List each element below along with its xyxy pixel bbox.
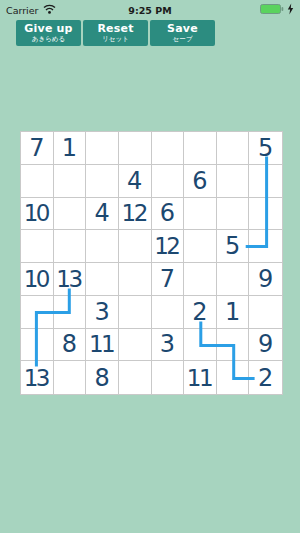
cell-r5c2[interactable]: 13 xyxy=(54,263,87,296)
cell-r4c5[interactable]: 12 xyxy=(152,230,185,263)
cell-r6c6[interactable]: 2 xyxy=(184,296,217,329)
cell-r5c6[interactable] xyxy=(184,263,217,296)
cell-r4c4[interactable] xyxy=(119,230,152,263)
cell-r8c6[interactable]: 11 xyxy=(184,361,217,394)
cell-r6c7[interactable]: 1 xyxy=(217,296,250,329)
cell-r1c3[interactable] xyxy=(86,132,119,165)
cell-r1c7[interactable] xyxy=(217,132,250,165)
cell-r8c7[interactable] xyxy=(217,361,250,394)
cell-r3c3[interactable]: 4 xyxy=(86,198,119,231)
cell-r6c8[interactable] xyxy=(249,296,282,329)
cell-r6c1[interactable] xyxy=(21,296,54,329)
reset-label: Reset xyxy=(97,23,133,34)
cell-r1c2[interactable]: 1 xyxy=(54,132,87,165)
cell-r2c1[interactable] xyxy=(21,165,54,198)
cell-r7c3[interactable]: 11 xyxy=(86,329,119,362)
cell-r7c4[interactable] xyxy=(119,329,152,362)
cell-r2c3[interactable] xyxy=(86,165,119,198)
cell-r5c1[interactable]: 10 xyxy=(21,263,54,296)
cell-r7c1[interactable] xyxy=(21,329,54,362)
cell-r3c7[interactable] xyxy=(217,198,250,231)
cell-r4c7[interactable]: 5 xyxy=(217,230,250,263)
cell-r1c8[interactable]: 5 xyxy=(249,132,282,165)
cell-r1c4[interactable] xyxy=(119,132,152,165)
cell-r5c8[interactable]: 9 xyxy=(249,263,282,296)
cell-r6c5[interactable] xyxy=(152,296,185,329)
cell-r8c8[interactable]: 2 xyxy=(249,361,282,394)
cell-r7c6[interactable] xyxy=(184,329,217,362)
cell-r2c2[interactable] xyxy=(54,165,87,198)
cell-r6c2[interactable] xyxy=(54,296,87,329)
give-up-label: Give up xyxy=(24,23,72,34)
charging-bolt-icon xyxy=(287,3,294,17)
cell-r4c2[interactable] xyxy=(54,230,87,263)
cell-r5c5[interactable]: 7 xyxy=(152,263,185,296)
cell-r8c4[interactable] xyxy=(119,361,152,394)
reset-button[interactable]: Reset リセット xyxy=(83,20,148,46)
give-up-sublabel: あきらめる xyxy=(32,36,65,43)
cell-r1c1[interactable]: 7 xyxy=(21,132,54,165)
cell-r8c3[interactable]: 8 xyxy=(86,361,119,394)
cell-r3c5[interactable]: 6 xyxy=(152,198,185,231)
cell-r2c6[interactable]: 6 xyxy=(184,165,217,198)
cell-r1c5[interactable] xyxy=(152,132,185,165)
cell-r2c8[interactable] xyxy=(249,165,282,198)
cell-r8c5[interactable] xyxy=(152,361,185,394)
cell-r7c2[interactable]: 8 xyxy=(54,329,87,362)
cell-r8c1[interactable]: 13 xyxy=(21,361,54,394)
save-label: Save xyxy=(167,23,198,34)
numberlink-board: 7154610412612510137932181139138112 xyxy=(20,131,283,395)
toolbar: Give up あきらめる Reset リセット Save セーブ xyxy=(16,20,215,46)
cell-r3c1[interactable]: 10 xyxy=(21,198,54,231)
status-bar: Carrier 9:25 PM xyxy=(0,0,300,20)
cell-r5c3[interactable] xyxy=(86,263,119,296)
cell-r4c1[interactable] xyxy=(21,230,54,263)
save-sublabel: セーブ xyxy=(173,36,193,43)
save-button[interactable]: Save セーブ xyxy=(150,20,215,46)
cell-r7c5[interactable]: 3 xyxy=(152,329,185,362)
carrier-label: Carrier xyxy=(6,5,39,16)
cell-r1c6[interactable] xyxy=(184,132,217,165)
cell-r5c7[interactable] xyxy=(217,263,250,296)
cell-r8c2[interactable] xyxy=(54,361,87,394)
cell-r7c8[interactable]: 9 xyxy=(249,329,282,362)
cell-r4c3[interactable] xyxy=(86,230,119,263)
reset-sublabel: リセット xyxy=(102,36,129,43)
cell-r3c6[interactable] xyxy=(184,198,217,231)
cell-r3c8[interactable] xyxy=(249,198,282,231)
give-up-button[interactable]: Give up あきらめる xyxy=(16,20,81,46)
cell-r2c7[interactable] xyxy=(217,165,250,198)
wifi-icon xyxy=(43,4,56,16)
cell-r6c3[interactable]: 3 xyxy=(86,296,119,329)
cell-r6c4[interactable] xyxy=(119,296,152,329)
cell-r5c4[interactable] xyxy=(119,263,152,296)
cell-r3c4[interactable]: 12 xyxy=(119,198,152,231)
battery-icon xyxy=(260,3,285,17)
cell-r4c6[interactable] xyxy=(184,230,217,263)
cell-r2c5[interactable] xyxy=(152,165,185,198)
cell-r7c7[interactable] xyxy=(217,329,250,362)
cell-r2c4[interactable]: 4 xyxy=(119,165,152,198)
cell-r4c8[interactable] xyxy=(249,230,282,263)
cell-r3c2[interactable] xyxy=(54,198,87,231)
